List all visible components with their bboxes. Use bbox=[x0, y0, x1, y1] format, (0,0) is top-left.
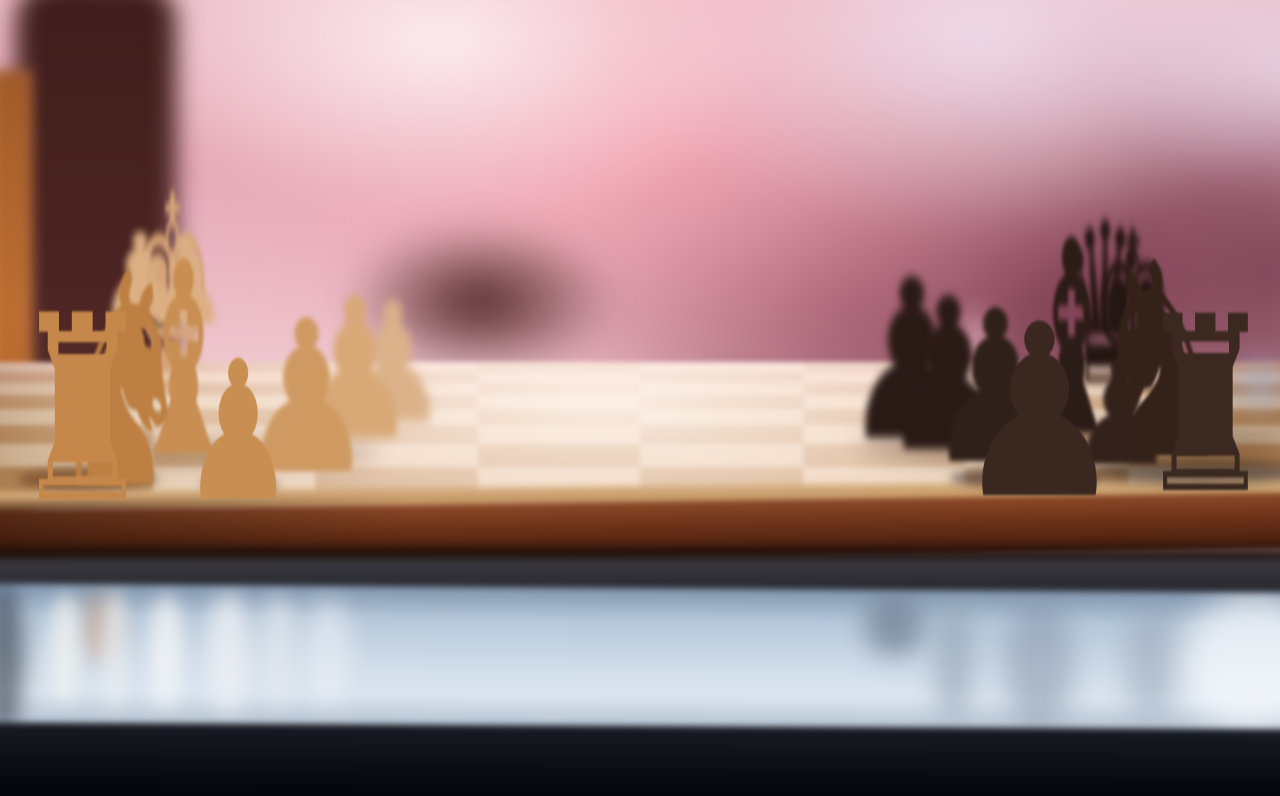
black-pawn-near: ♟ bbox=[944, 293, 1135, 532]
reflection-blob bbox=[864, 596, 924, 656]
reflective-table-edge bbox=[0, 583, 1280, 742]
reflection-streak bbox=[102, 590, 129, 710]
table-front-dark bbox=[0, 723, 1280, 796]
reflection-streak bbox=[206, 593, 251, 713]
reflection-streak bbox=[149, 595, 184, 710]
white-pawn-near: ♟ bbox=[175, 336, 302, 528]
reflection-streak bbox=[1124, 601, 1179, 721]
reflection-streak bbox=[50, 594, 81, 704]
reflection-streak bbox=[260, 595, 297, 707]
reflection-bright-patch bbox=[1184, 592, 1280, 733]
reflection-streak bbox=[306, 598, 351, 706]
reflection-streak bbox=[1004, 599, 1075, 729]
photo-chessboard-scene: ♜ ♞ ♝ ♚ ♟ ♟ ♟ ♟ ♟ ♟ ♟ ♟ ♟ ♟ ♝ ♛ ♚ ♟ ♞ ♜ bbox=[0, 0, 1280, 796]
white-rook: ♜ bbox=[5, 282, 159, 539]
reflection-streak bbox=[0, 583, 25, 733]
black-rook: ♜ bbox=[1130, 284, 1280, 527]
reflection-streak bbox=[934, 600, 975, 720]
